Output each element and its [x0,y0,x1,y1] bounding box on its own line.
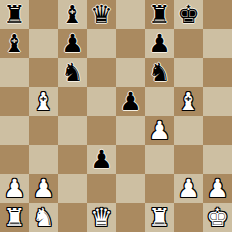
square-g5[interactable]: ♝ [174,87,203,116]
chess-board: ♜♝♛♜♚♝♟♟♞♞♝♟♝♟♟♟♟♟♟♜♞♛♜♚ [0,0,232,232]
square-f5[interactable] [145,87,174,116]
piece-black-pawn-c7[interactable]: ♟ [61,29,83,58]
piece-white-knight-b1[interactable]: ♞ [32,203,54,232]
piece-white-pawn-h2[interactable]: ♟ [206,174,228,203]
square-d5[interactable] [87,87,116,116]
square-e4[interactable] [116,116,145,145]
square-b3[interactable] [29,145,58,174]
square-c4[interactable] [58,116,87,145]
square-e6[interactable] [116,58,145,87]
square-b2[interactable]: ♟ [29,174,58,203]
piece-white-rook-a1[interactable]: ♜ [3,203,25,232]
piece-white-pawn-b2[interactable]: ♟ [32,174,54,203]
square-e2[interactable] [116,174,145,203]
square-g1[interactable] [174,203,203,232]
piece-black-queen-d8[interactable]: ♛ [90,0,112,29]
square-b5[interactable]: ♝ [29,87,58,116]
piece-white-bishop-g5[interactable]: ♝ [177,87,199,116]
square-b1[interactable]: ♞ [29,203,58,232]
piece-black-king-g8[interactable]: ♚ [177,0,199,29]
square-e5[interactable]: ♟ [116,87,145,116]
square-h4[interactable] [203,116,232,145]
square-g7[interactable] [174,29,203,58]
square-f8[interactable]: ♜ [145,0,174,29]
square-h7[interactable] [203,29,232,58]
piece-black-rook-a8[interactable]: ♜ [3,0,25,29]
square-f1[interactable]: ♜ [145,203,174,232]
square-a3[interactable] [0,145,29,174]
piece-black-bishop-c8[interactable]: ♝ [61,0,83,29]
square-g2[interactable]: ♟ [174,174,203,203]
square-a4[interactable] [0,116,29,145]
square-a2[interactable]: ♟ [0,174,29,203]
square-e8[interactable] [116,0,145,29]
square-h3[interactable] [203,145,232,174]
square-d3[interactable]: ♟ [87,145,116,174]
square-d6[interactable] [87,58,116,87]
square-b7[interactable] [29,29,58,58]
square-d4[interactable] [87,116,116,145]
square-d7[interactable] [87,29,116,58]
square-c1[interactable] [58,203,87,232]
square-g6[interactable] [174,58,203,87]
square-a1[interactable]: ♜ [0,203,29,232]
square-b4[interactable] [29,116,58,145]
square-h5[interactable] [203,87,232,116]
piece-black-rook-f8[interactable]: ♜ [148,0,170,29]
square-c3[interactable] [58,145,87,174]
square-c8[interactable]: ♝ [58,0,87,29]
square-f6[interactable]: ♞ [145,58,174,87]
square-f3[interactable] [145,145,174,174]
square-h1[interactable]: ♚ [203,203,232,232]
square-d2[interactable] [87,174,116,203]
piece-white-pawn-f4[interactable]: ♟ [148,116,170,145]
piece-white-king-h1[interactable]: ♚ [206,203,228,232]
square-h8[interactable] [203,0,232,29]
square-a7[interactable]: ♝ [0,29,29,58]
square-g8[interactable]: ♚ [174,0,203,29]
square-f4[interactable]: ♟ [145,116,174,145]
square-a5[interactable] [0,87,29,116]
square-e3[interactable] [116,145,145,174]
square-d1[interactable]: ♛ [87,203,116,232]
square-a6[interactable] [0,58,29,87]
square-c7[interactable]: ♟ [58,29,87,58]
square-d8[interactable]: ♛ [87,0,116,29]
square-b6[interactable] [29,58,58,87]
square-f7[interactable]: ♟ [145,29,174,58]
square-h6[interactable] [203,58,232,87]
square-f2[interactable] [145,174,174,203]
piece-white-queen-d1[interactable]: ♛ [90,203,112,232]
square-c2[interactable] [58,174,87,203]
chess-board-window: ♜♝♛♜♚♝♟♟♞♞♝♟♝♟♟♟♟♟♟♜♞♛♜♚ [0,0,232,232]
piece-white-pawn-a2[interactable]: ♟ [3,174,25,203]
square-e7[interactable] [116,29,145,58]
square-c6[interactable]: ♞ [58,58,87,87]
square-b8[interactable] [29,0,58,29]
piece-white-rook-f1[interactable]: ♜ [148,203,170,232]
square-g3[interactable] [174,145,203,174]
square-a8[interactable]: ♜ [0,0,29,29]
square-h2[interactable]: ♟ [203,174,232,203]
square-g4[interactable] [174,116,203,145]
piece-black-pawn-e5[interactable]: ♟ [119,87,141,116]
piece-black-knight-c6[interactable]: ♞ [61,58,83,87]
piece-black-knight-f6[interactable]: ♞ [148,58,170,87]
square-e1[interactable] [116,203,145,232]
piece-white-pawn-g2[interactable]: ♟ [177,174,199,203]
piece-black-pawn-f7[interactable]: ♟ [148,29,170,58]
square-c5[interactable] [58,87,87,116]
piece-black-bishop-a7[interactable]: ♝ [3,29,25,58]
piece-white-bishop-b5[interactable]: ♝ [32,87,54,116]
piece-black-pawn-d3[interactable]: ♟ [90,145,112,174]
